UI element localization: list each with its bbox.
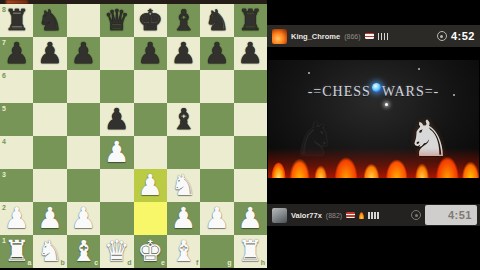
square-a1[interactable]: 1a♜ <box>0 235 33 268</box>
square-d6[interactable] <box>100 70 133 103</box>
rank-label-8: 8 <box>2 6 6 13</box>
square-a7[interactable]: 7♟ <box>0 37 33 70</box>
square-e1[interactable]: e♚ <box>134 235 167 268</box>
square-e5[interactable] <box>134 103 167 136</box>
square-a3[interactable]: 3 <box>0 169 33 202</box>
square-a8[interactable]: 8♜ <box>0 4 33 37</box>
black-pawn-e7: ♟ <box>134 37 167 70</box>
black-pawn-g7: ♟ <box>200 37 233 70</box>
square-f7[interactable]: ♟ <box>167 37 200 70</box>
square-f4[interactable] <box>167 136 200 169</box>
square-a6[interactable]: 6 <box>0 70 33 103</box>
file-label-a: a <box>27 259 31 266</box>
square-a2[interactable]: 2♟ <box>0 202 33 235</box>
glow-orb-icon <box>372 83 381 92</box>
banner-title-right: WARS=- <box>382 84 439 100</box>
bottom-player-avatar <box>272 208 287 223</box>
bottom-player-rating: (882) <box>326 212 342 219</box>
black-bishop-f5: ♝ <box>167 103 200 136</box>
black-queen-d8: ♛ <box>100 4 133 37</box>
file-label-b: b <box>60 259 64 266</box>
star-dot <box>308 72 310 74</box>
timer-icon <box>437 31 447 41</box>
white-pawn-d4: ♟ <box>100 136 133 169</box>
top-player-bar: King_Chrome (866) 4:52 <box>267 25 480 47</box>
video-overlay: King_Chrome (866) 4:52 -=CHESS WARS=- ♞ … <box>267 0 480 270</box>
square-c2[interactable]: ♟ <box>67 202 100 235</box>
square-b7[interactable]: ♟ <box>33 37 66 70</box>
rank-label-2: 2 <box>2 204 6 211</box>
top-player-rating: (866) <box>344 33 360 40</box>
square-g8[interactable]: ♞ <box>200 4 233 37</box>
square-h1[interactable]: h♜ <box>234 235 267 268</box>
file-label-f: f <box>196 259 198 266</box>
top-player-name: King_Chrome <box>291 32 340 41</box>
square-e8[interactable]: ♚ <box>134 4 167 37</box>
white-pawn-e3: ♟ <box>134 169 167 202</box>
black-pawn-h7: ♟ <box>234 37 267 70</box>
black-pawn-c7: ♟ <box>67 37 100 70</box>
rank-label-1: 1 <box>2 237 6 244</box>
timer-icon <box>411 210 421 220</box>
square-g7[interactable]: ♟ <box>200 37 233 70</box>
file-label-e: e <box>161 259 165 266</box>
square-f1[interactable]: f♝ <box>167 235 200 268</box>
square-f8[interactable]: ♝ <box>167 4 200 37</box>
black-king-e8: ♚ <box>134 4 167 37</box>
captured-pieces-bars <box>378 33 389 40</box>
square-d4[interactable]: ♟ <box>100 136 133 169</box>
banner-title: -=CHESS WARS=- <box>268 84 479 100</box>
square-h4[interactable] <box>234 136 267 169</box>
flame-icon <box>359 212 364 219</box>
square-b4[interactable] <box>33 136 66 169</box>
square-g3[interactable] <box>200 169 233 202</box>
square-e3[interactable]: ♟ <box>134 169 167 202</box>
square-g5[interactable] <box>200 103 233 136</box>
square-b3[interactable] <box>33 169 66 202</box>
black-pawn-b7: ♟ <box>33 37 66 70</box>
square-c7[interactable]: ♟ <box>67 37 100 70</box>
square-e7[interactable]: ♟ <box>134 37 167 70</box>
square-b2[interactable]: ♟ <box>33 202 66 235</box>
black-knight-b8: ♞ <box>33 4 66 37</box>
black-knight-g8: ♞ <box>200 4 233 37</box>
square-a5[interactable]: 5 <box>0 103 33 136</box>
file-label-h: h <box>261 259 265 266</box>
square-g2[interactable]: ♟ <box>200 202 233 235</box>
square-e4[interactable] <box>134 136 167 169</box>
chess-wars-banner: -=CHESS WARS=- ♞ ♞ <box>268 60 479 178</box>
square-f2[interactable]: ♟ <box>167 202 200 235</box>
square-a4[interactable]: 4 <box>0 136 33 169</box>
square-f3[interactable]: ♞ <box>167 169 200 202</box>
flag-icon <box>346 212 355 218</box>
white-pawn-c2: ♟ <box>67 202 100 235</box>
white-pawn-h2: ♟ <box>234 202 267 235</box>
sparkle-icon <box>385 103 388 106</box>
white-pawn-g2: ♟ <box>200 202 233 235</box>
square-c6[interactable] <box>67 70 100 103</box>
square-g4[interactable] <box>200 136 233 169</box>
square-h2[interactable]: ♟ <box>234 202 267 235</box>
square-h8[interactable]: ♜ <box>234 4 267 37</box>
bottom-player-name: Valor77x <box>291 211 322 220</box>
rank-label-3: 3 <box>2 171 6 178</box>
square-d8[interactable]: ♛ <box>100 4 133 37</box>
square-e6[interactable] <box>134 70 167 103</box>
square-h7[interactable]: ♟ <box>234 37 267 70</box>
rank-label-6: 6 <box>2 72 6 79</box>
white-knight-f3: ♞ <box>167 169 200 202</box>
square-c8[interactable] <box>67 4 100 37</box>
square-c5[interactable] <box>67 103 100 136</box>
star-dot <box>418 68 420 70</box>
rank-label-7: 7 <box>2 39 6 46</box>
banner-title-left: -=CHESS <box>308 84 371 100</box>
square-f5[interactable]: ♝ <box>167 103 200 136</box>
flames-art <box>268 148 479 178</box>
white-pawn-f2: ♟ <box>167 202 200 235</box>
black-pawn-d5: ♟ <box>100 103 133 136</box>
rank-label-4: 4 <box>2 138 6 145</box>
white-pawn-b2: ♟ <box>33 202 66 235</box>
black-bishop-f8: ♝ <box>167 4 200 37</box>
square-d3[interactable] <box>100 169 133 202</box>
square-h6[interactable] <box>234 70 267 103</box>
file-label-g: g <box>227 259 231 266</box>
square-d5[interactable]: ♟ <box>100 103 133 136</box>
square-b1[interactable]: b♞ <box>33 235 66 268</box>
square-b8[interactable]: ♞ <box>33 4 66 37</box>
captured-pieces-bars <box>368 212 379 219</box>
rank-label-5: 5 <box>2 105 6 112</box>
square-d1[interactable]: d♛ <box>100 235 133 268</box>
black-pawn-f7: ♟ <box>167 37 200 70</box>
square-h5[interactable] <box>234 103 267 136</box>
square-g6[interactable] <box>200 70 233 103</box>
square-f6[interactable] <box>167 70 200 103</box>
top-player-avatar <box>272 29 287 44</box>
bottom-player-clock: 4:51 <box>425 205 477 225</box>
top-player-clock: 4:52 <box>451 30 475 42</box>
square-b6[interactable] <box>33 70 66 103</box>
square-b5[interactable] <box>33 103 66 136</box>
square-g1[interactable]: g <box>200 235 233 268</box>
square-c3[interactable] <box>67 169 100 202</box>
square-c4[interactable] <box>67 136 100 169</box>
square-d2[interactable] <box>100 202 133 235</box>
bottom-player-bar: Valor77x (882) 4:51 <box>267 204 480 226</box>
square-h3[interactable] <box>234 169 267 202</box>
flag-icon <box>365 33 374 39</box>
chess-board: 8♜♞♛♚♝♞♜7♟♟♟♟♟♟♟65♟♝4♟3♟♞2♟♟♟♟♟♟1a♜b♞c♝d… <box>0 4 267 268</box>
square-d7[interactable] <box>100 37 133 70</box>
file-label-c: c <box>94 259 98 266</box>
square-e2[interactable] <box>134 202 167 235</box>
square-c1[interactable]: c♝ <box>67 235 100 268</box>
black-rook-h8: ♜ <box>234 4 267 37</box>
file-label-d: d <box>127 259 131 266</box>
